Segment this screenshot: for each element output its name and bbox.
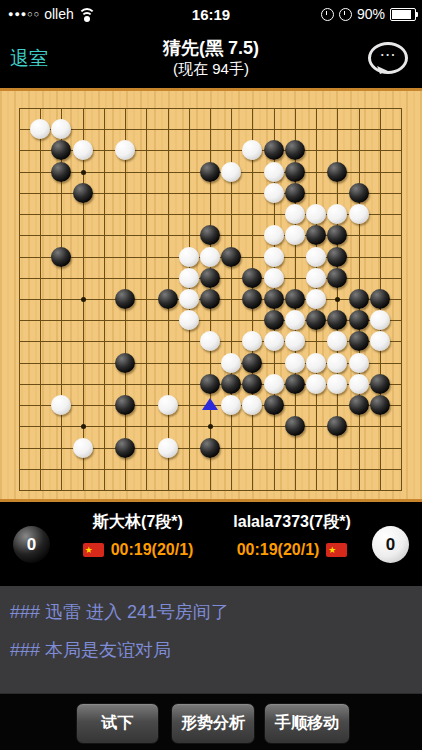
black-stone [200,225,220,245]
black-stone [242,268,262,288]
black-stone [306,310,326,330]
white-stone [221,395,241,415]
white-stone [264,162,284,182]
white-stone [306,353,326,373]
black-stone [200,268,220,288]
black-stone [200,162,220,182]
black-stone [327,162,347,182]
black-stone [158,289,178,309]
black-stone [285,183,305,203]
black-stone [285,289,305,309]
black-stone [51,140,71,160]
white-stone [51,119,71,139]
bottom-toolbar: 试下 形势分析 手顺移动 [0,693,422,750]
white-stone [349,204,369,224]
white-stone [327,331,347,351]
white-stone [242,140,262,160]
white-stone [115,140,135,160]
white-stone [221,353,241,373]
white-stone [221,162,241,182]
battery-percent: 90% [357,6,385,22]
white-stone [242,331,262,351]
white-stone [264,331,284,351]
game-title: 猜先(黑 7.5) [60,36,362,60]
chat-message: ### 迅雷 进入 241号房间了 [10,600,422,624]
chat-log[interactable]: ### 迅雷 进入 241号房间了 ### 本局是友谊对局 [0,586,422,693]
black-stone [327,247,347,267]
black-stone [200,289,220,309]
black-stone [370,289,390,309]
white-stone [179,289,199,309]
black-stone [327,268,347,288]
white-stone [264,268,284,288]
white-stone [306,268,326,288]
move-order-button[interactable]: 手顺移动 [264,703,350,744]
black-stone [327,310,347,330]
black-stone [73,183,93,203]
white-stone [264,183,284,203]
black-stone [264,395,284,415]
white-stone [285,353,305,373]
black-stone [115,438,135,458]
white-stone [370,310,390,330]
white-stone [327,204,347,224]
black-player-time: 00:19(20/1) [111,541,194,559]
battery-icon [390,8,416,21]
black-stone [349,395,369,415]
black-stone [349,310,369,330]
black-stone [264,289,284,309]
white-stone [158,395,178,415]
chat-bubble-icon[interactable]: ⋯ [368,42,408,74]
try-move-button[interactable]: 试下 [76,703,159,744]
white-stone [200,247,220,267]
black-stone [285,374,305,394]
grid-line [19,490,402,491]
white-stone [370,331,390,351]
black-player-name: 斯大林(7段*) [58,512,218,533]
white-stone [306,247,326,267]
black-stone [200,374,220,394]
white-stone [264,247,284,267]
black-stone [221,374,241,394]
player-bar: 0 斯大林(7段*) ★ 00:19(20/1) lalala7373(7段*)… [0,502,422,586]
black-stone [221,247,241,267]
star-point [335,297,340,302]
position-analysis-button[interactable]: 形势分析 [171,703,255,744]
black-stone [285,162,305,182]
leave-room-button[interactable]: 退室 [10,46,48,72]
black-stone [349,331,369,351]
white-stone [327,353,347,373]
black-player-flag-cn: ★ [83,543,104,557]
white-player-flag-cn: ★ [326,543,347,557]
star-point [208,424,213,429]
black-stone [349,183,369,203]
star-point [81,424,86,429]
white-player-time: 00:19(20/1) [237,541,320,559]
black-stone [51,247,71,267]
white-stone [179,247,199,267]
white-stone [179,310,199,330]
grid-line [401,108,402,491]
black-stone [115,395,135,415]
white-stone [200,331,220,351]
black-stone [349,289,369,309]
white-stone [349,353,369,373]
white-stone [285,331,305,351]
black-stone [370,374,390,394]
go-board[interactable] [0,88,422,502]
black-stone [327,225,347,245]
white-stone [285,310,305,330]
white-captures-chip: 0 [372,526,409,563]
star-point [81,170,86,175]
black-stone [242,353,262,373]
white-stone [327,374,347,394]
white-stone [264,374,284,394]
black-stone [242,374,262,394]
white-stone [349,374,369,394]
black-stone [370,395,390,415]
black-stone [264,310,284,330]
move-counter: (现在 94手) [60,60,362,79]
black-stone [115,353,135,373]
black-stone [200,438,220,458]
white-stone [306,374,326,394]
chat-message: ### 本局是友谊对局 [10,638,422,662]
white-stone [306,204,326,224]
black-stone [285,416,305,436]
black-stone [285,140,305,160]
white-stone [242,395,262,415]
black-stone [327,416,347,436]
last-move-marker-triangle [202,398,218,410]
white-stone [158,438,178,458]
black-captures-chip: 0 [13,526,50,563]
black-stone [264,140,284,160]
black-stone [242,289,262,309]
white-stone [179,268,199,288]
black-stone [51,162,71,182]
white-stone [30,119,50,139]
white-stone [73,438,93,458]
white-stone [285,204,305,224]
white-stone [285,225,305,245]
white-stone [264,225,284,245]
header: 退室 猜先(黑 7.5) (现在 94手) ⋯ [0,28,422,88]
white-player-name: lalala7373(7段*) [212,512,372,533]
grid-line [19,469,402,470]
white-stone [306,289,326,309]
rotation-lock-icon [321,8,334,21]
white-stone [51,395,71,415]
black-stone [115,289,135,309]
star-point [81,297,86,302]
white-stone [73,140,93,160]
alarm-icon [339,8,352,21]
status-bar: ●●●○○ olleh 16:19 90% [0,0,422,28]
black-stone [306,225,326,245]
